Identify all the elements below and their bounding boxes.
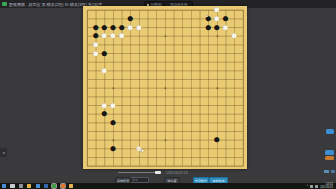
black-stone: ● xyxy=(213,23,222,32)
white-stone: ● xyxy=(213,14,222,23)
white-stone: ● xyxy=(135,23,144,32)
chevron-left-icon: ◂ xyxy=(2,150,4,155)
stones-layer: ●●▲●●●●●●●●●●●●●●●●●●●●●●●●●●●●▲ xyxy=(83,5,247,169)
white-stone: ● xyxy=(117,31,126,40)
taskbar-icon-cortana[interactable] xyxy=(19,184,23,188)
taskbar-icon-app-green[interactable] xyxy=(52,184,56,188)
clock-date: 2021/6/20 xyxy=(320,186,333,189)
game-clock: 25:13 xyxy=(179,171,188,175)
ghost-white-stone: ●▲ xyxy=(135,144,144,153)
taskbar-icons xyxy=(2,184,73,188)
taskbar-icon-edge-browser[interactable] xyxy=(36,184,40,188)
move-counter: 130/130 xyxy=(166,171,179,175)
black-stone: ● xyxy=(213,135,222,144)
notification-chip[interactable] xyxy=(324,170,329,173)
black-stone: ● xyxy=(109,118,118,127)
move-slider-handle[interactable] xyxy=(155,171,161,174)
tray-caret-icon[interactable]: ^ xyxy=(306,184,308,188)
mouse-cursor-icon: ▲ xyxy=(138,146,146,154)
taskbar-icon-file-explorer[interactable] xyxy=(27,184,31,188)
taskbar-icon-start[interactable] xyxy=(2,184,6,188)
white-stone: ● xyxy=(221,23,230,32)
notification-chip[interactable] xyxy=(331,170,335,173)
black-stone: ● xyxy=(109,144,118,153)
black-stone: ● xyxy=(100,49,109,58)
white-stone: ● xyxy=(126,23,135,32)
tray-icon[interactable] xyxy=(310,185,313,188)
taskbar-icon-app-blue[interactable] xyxy=(44,184,48,188)
move-slider-track[interactable] xyxy=(118,172,158,173)
go-board[interactable]: ●●▲●●●●●●●●●●●●●●●●●●●●●●●●●●●●▲ xyxy=(83,6,247,170)
tray-icon[interactable] xyxy=(315,185,318,188)
system-tray[interactable]: ^ 14:32 2021/6/20 xyxy=(306,183,333,189)
windows-taskbar: ^ 14:32 2021/6/20 xyxy=(0,183,336,189)
white-stone: ● xyxy=(91,49,100,58)
side-tool-icon-1[interactable] xyxy=(326,129,334,134)
side-tool-icon-3[interactable] xyxy=(325,156,334,160)
white-stone: ● xyxy=(109,31,118,40)
white-stone: ● xyxy=(100,66,109,75)
side-tool-icon-2[interactable] xyxy=(325,150,334,155)
white-stone: ● xyxy=(109,101,118,110)
white-stone: ● xyxy=(100,101,109,110)
black-stone: ● xyxy=(204,23,213,32)
taskbar-icon-go-app[interactable] xyxy=(61,184,65,188)
collapse-panel-handle[interactable]: ◂ xyxy=(0,148,7,157)
app-window: 野狐围棋 - 对局室 黑:棋友(2段) 白:棋友(3段) 第130手 对局信息 … xyxy=(0,0,336,189)
last-move-marker-icon: ▲ xyxy=(205,15,209,19)
white-stone: ● xyxy=(100,31,109,40)
app-logo-icon xyxy=(2,2,7,7)
taskbar-icon-folder[interactable] xyxy=(69,184,73,188)
white-stone: ● xyxy=(230,31,239,40)
taskbar-clock[interactable]: 14:32 2021/6/20 xyxy=(320,183,333,189)
taskbar-icon-search[interactable] xyxy=(10,184,14,188)
